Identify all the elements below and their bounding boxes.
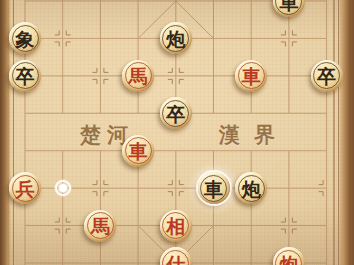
red-advisor-glyph: 仕 — [166, 255, 185, 265]
red-pawn[interactable]: 兵 — [9, 172, 41, 204]
red-elephant-glyph: 相 — [166, 217, 185, 236]
black-pawn[interactable]: 卒 — [160, 97, 192, 129]
red-chariot[interactable]: 車 — [122, 135, 154, 167]
black-pawn-glyph: 卒 — [166, 105, 185, 124]
red-horse[interactable]: 馬 — [122, 60, 154, 92]
red-cannon[interactable]: 炮 — [273, 247, 305, 265]
red-horse-glyph: 馬 — [129, 67, 148, 86]
black-chariot[interactable]: 車 — [198, 172, 230, 204]
red-chariot[interactable]: 車 — [235, 60, 267, 92]
red-horse[interactable]: 馬 — [84, 210, 116, 242]
black-elephant[interactable]: 象 — [9, 22, 41, 54]
red-chariot-glyph: 車 — [242, 67, 261, 86]
black-cannon-glyph: 炮 — [242, 180, 261, 199]
red-cannon-glyph: 炮 — [279, 255, 298, 265]
red-horse-glyph: 馬 — [91, 217, 110, 236]
pieces-layer: 車象炮卒馬車卒卒車兵車炮馬相仕炮 — [0, 0, 354, 265]
black-chariot-glyph: 車 — [279, 0, 298, 12]
black-cannon[interactable]: 炮 — [235, 172, 267, 204]
black-cannon[interactable]: 炮 — [160, 22, 192, 54]
black-pawn[interactable]: 卒 — [311, 60, 343, 92]
black-cannon-glyph: 炮 — [166, 30, 185, 49]
black-pawn[interactable]: 卒 — [9, 60, 41, 92]
black-chariot[interactable]: 車 — [273, 0, 305, 17]
red-chariot-glyph: 車 — [129, 142, 148, 161]
xiangqi-board[interactable]: 楚河 漢界 車象炮卒馬車卒卒車兵車炮馬相仕炮 — [0, 0, 354, 265]
black-pawn-glyph: 卒 — [317, 67, 336, 86]
red-advisor[interactable]: 仕 — [160, 247, 192, 265]
red-pawn-glyph: 兵 — [16, 180, 35, 199]
black-chariot-glyph: 車 — [204, 180, 223, 199]
black-elephant-glyph: 象 — [16, 30, 35, 49]
black-pawn-glyph: 卒 — [16, 67, 35, 86]
red-elephant[interactable]: 相 — [160, 210, 192, 242]
